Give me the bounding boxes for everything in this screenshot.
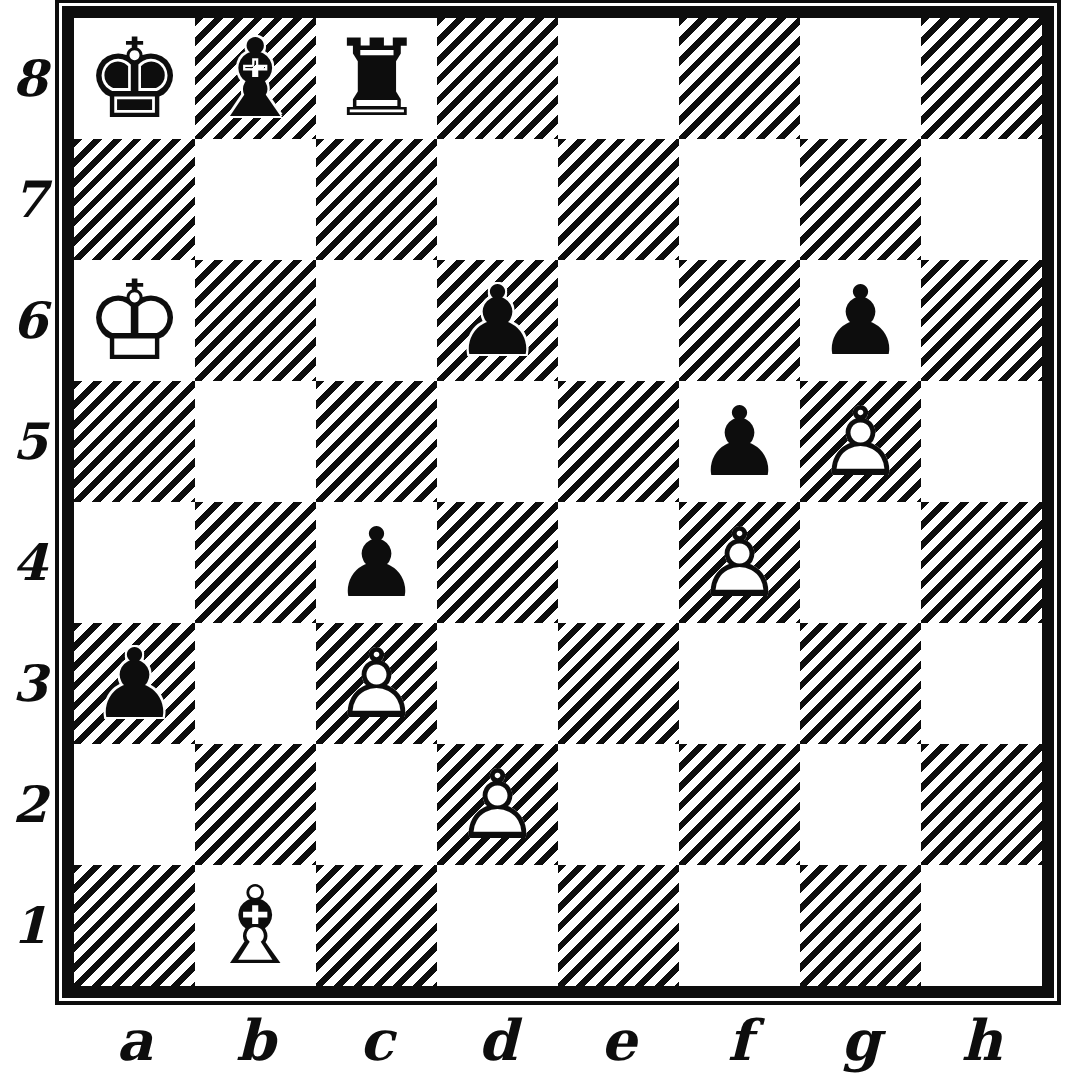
file-label-a: a bbox=[74, 1000, 195, 1080]
piece-white-pawn: ♟♙ bbox=[316, 623, 437, 744]
scanned-chess-diagram: 87654321 ♚♝♜♚♔♟♟♟♟♙♟♟♙♟♟♙♟♙♝♗ abcdefgh bbox=[0, 0, 1066, 1085]
rank-label-3: 3 bbox=[0, 623, 60, 744]
board-frame: ♚♝♜♚♔♟♟♟♟♙♟♟♙♟♟♙♟♙♝♗ bbox=[62, 6, 1054, 998]
square-g4 bbox=[800, 502, 921, 623]
square-f1 bbox=[679, 865, 800, 986]
piece-white-pawn: ♟♙ bbox=[437, 744, 558, 865]
rank-label-7: 7 bbox=[0, 139, 60, 260]
square-c4: ♟ bbox=[316, 502, 437, 623]
square-a1 bbox=[74, 865, 195, 986]
square-g3 bbox=[800, 623, 921, 744]
square-h7 bbox=[921, 139, 1042, 260]
square-a7 bbox=[74, 139, 195, 260]
square-b4 bbox=[195, 502, 316, 623]
piece-black-pawn: ♟ bbox=[437, 260, 558, 381]
piece-outline-layer: ♙ bbox=[454, 757, 540, 853]
square-d6: ♟ bbox=[437, 260, 558, 381]
square-a2 bbox=[74, 744, 195, 865]
square-h3 bbox=[921, 623, 1042, 744]
square-b6 bbox=[195, 260, 316, 381]
square-f2 bbox=[679, 744, 800, 865]
piece-white-pawn: ♟♙ bbox=[800, 381, 921, 502]
square-b7 bbox=[195, 139, 316, 260]
square-d4 bbox=[437, 502, 558, 623]
square-h1 bbox=[921, 865, 1042, 986]
square-d3 bbox=[437, 623, 558, 744]
square-c6 bbox=[316, 260, 437, 381]
rank-label-4: 4 bbox=[0, 502, 60, 623]
square-g6: ♟ bbox=[800, 260, 921, 381]
chess-board: ♚♝♜♚♔♟♟♟♟♙♟♟♙♟♟♙♟♙♝♗ bbox=[62, 6, 1054, 998]
square-h4 bbox=[921, 502, 1042, 623]
square-g5: ♟♙ bbox=[800, 381, 921, 502]
piece-white-pawn: ♟♙ bbox=[679, 502, 800, 623]
square-b5 bbox=[195, 381, 316, 502]
file-label-e: e bbox=[558, 1000, 679, 1080]
square-b3 bbox=[195, 623, 316, 744]
piece-black-rook: ♜ bbox=[316, 18, 437, 139]
piece-black-pawn: ♟ bbox=[800, 260, 921, 381]
file-label-g: g bbox=[800, 1000, 921, 1080]
file-labels: abcdefgh bbox=[74, 1000, 1042, 1080]
square-c1 bbox=[316, 865, 437, 986]
square-h2 bbox=[921, 744, 1042, 865]
square-e6 bbox=[558, 260, 679, 381]
square-c2 bbox=[316, 744, 437, 865]
square-c3: ♟♙ bbox=[316, 623, 437, 744]
file-label-h: h bbox=[921, 1000, 1042, 1080]
rank-label-6: 6 bbox=[0, 260, 60, 381]
square-b8: ♝ bbox=[195, 18, 316, 139]
piece-outline-layer: ♙ bbox=[696, 515, 782, 611]
piece-outline-layer: ♗ bbox=[207, 872, 304, 980]
square-f7 bbox=[679, 139, 800, 260]
square-e3 bbox=[558, 623, 679, 744]
piece-black-bishop: ♝ bbox=[195, 18, 316, 139]
piece-black-pawn: ♟ bbox=[74, 623, 195, 744]
square-a4 bbox=[74, 502, 195, 623]
square-h6 bbox=[921, 260, 1042, 381]
square-g1 bbox=[800, 865, 921, 986]
piece-outline-layer: ♙ bbox=[817, 394, 903, 490]
square-c7 bbox=[316, 139, 437, 260]
square-d2: ♟♙ bbox=[437, 744, 558, 865]
square-g7 bbox=[800, 139, 921, 260]
square-d8 bbox=[437, 18, 558, 139]
square-e8 bbox=[558, 18, 679, 139]
square-c8: ♜ bbox=[316, 18, 437, 139]
square-f8 bbox=[679, 18, 800, 139]
file-label-f: f bbox=[679, 1000, 800, 1080]
square-a6: ♚♔ bbox=[74, 260, 195, 381]
rank-label-1: 1 bbox=[0, 865, 60, 986]
square-a5 bbox=[74, 381, 195, 502]
square-a8: ♚ bbox=[74, 18, 195, 139]
square-g8 bbox=[800, 18, 921, 139]
piece-white-bishop: ♝♗ bbox=[195, 865, 316, 986]
square-e4 bbox=[558, 502, 679, 623]
square-h5 bbox=[921, 381, 1042, 502]
square-f5: ♟ bbox=[679, 381, 800, 502]
file-label-c: c bbox=[316, 1000, 437, 1080]
square-b2 bbox=[195, 744, 316, 865]
square-f6 bbox=[679, 260, 800, 381]
square-d5 bbox=[437, 381, 558, 502]
piece-black-pawn: ♟ bbox=[316, 502, 437, 623]
square-f3 bbox=[679, 623, 800, 744]
square-c5 bbox=[316, 381, 437, 502]
file-label-d: d bbox=[437, 1000, 558, 1080]
piece-outline-layer: ♔ bbox=[85, 266, 184, 376]
square-e1 bbox=[558, 865, 679, 986]
square-h8 bbox=[921, 18, 1042, 139]
square-d1 bbox=[437, 865, 558, 986]
piece-black-king: ♚ bbox=[74, 18, 195, 139]
rank-label-5: 5 bbox=[0, 381, 60, 502]
square-e5 bbox=[558, 381, 679, 502]
piece-outline-layer: ♙ bbox=[333, 636, 419, 732]
square-f4: ♟♙ bbox=[679, 502, 800, 623]
piece-black-pawn: ♟ bbox=[679, 381, 800, 502]
square-e2 bbox=[558, 744, 679, 865]
square-g2 bbox=[800, 744, 921, 865]
rank-label-2: 2 bbox=[0, 744, 60, 865]
square-d7 bbox=[437, 139, 558, 260]
rank-labels: 87654321 bbox=[0, 18, 60, 986]
file-label-b: b bbox=[195, 1000, 316, 1080]
rank-label-8: 8 bbox=[0, 18, 60, 139]
piece-white-king: ♚♔ bbox=[74, 260, 195, 381]
square-a3: ♟ bbox=[74, 623, 195, 744]
square-e7 bbox=[558, 139, 679, 260]
square-b1: ♝♗ bbox=[195, 865, 316, 986]
